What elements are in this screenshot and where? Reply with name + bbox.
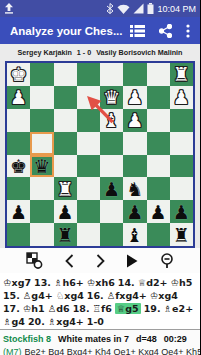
engine-name: Stockfish 8 <box>3 334 51 344</box>
square-c3[interactable]: ♟ <box>123 109 146 132</box>
square-e5[interactable] <box>77 155 100 178</box>
piece-black-rook: ♜ <box>57 224 74 246</box>
square-e2[interactable] <box>77 86 100 109</box>
square-g7[interactable] <box>30 200 53 223</box>
engine-pv: Be2+ Bg4 Bxg4+ Kh4 Qe1+ Kxg4 Qe4+ Kh5 Qg… <box>25 347 201 355</box>
upload-icon <box>4 3 14 14</box>
piece-black-rook: ♜ <box>173 224 190 246</box>
overflow-menu-icon[interactable] <box>186 24 190 38</box>
piece-white-pawn: ♟ <box>10 86 27 108</box>
square-g8[interactable] <box>30 223 53 246</box>
move-token[interactable]: ♙d6 <box>48 303 70 314</box>
square-h2[interactable]: ♟ <box>7 86 30 109</box>
move-token[interactable]: 17. <box>3 303 20 314</box>
move-token[interactable]: 14. <box>118 277 135 288</box>
square-e6[interactable] <box>77 177 100 200</box>
board-section: ♚♜♟♛♟♟♝♟♚♛♜♟♞♟♟♟♟♟♜♝♜ <box>0 61 200 248</box>
square-c8[interactable]: ♝ <box>123 223 146 246</box>
square-e4[interactable] <box>77 132 100 155</box>
square-e3[interactable] <box>77 109 100 132</box>
zoom-out-icon[interactable] <box>160 253 174 269</box>
move-line: 15.♙g4+♘xg416.♙fxg4+♔xg4 <box>3 289 197 302</box>
autoplay-icon[interactable] <box>126 254 138 268</box>
move-token[interactable]: 16. <box>87 290 104 301</box>
move-token[interactable]: ♕d2+ <box>138 277 168 288</box>
square-g3[interactable] <box>30 109 53 132</box>
previous-move-icon[interactable] <box>65 254 74 268</box>
square-b3[interactable] <box>147 109 170 132</box>
square-h7[interactable]: ♟ <box>7 200 30 223</box>
move-token[interactable]: 13. <box>34 277 51 288</box>
square-h6[interactable] <box>7 177 30 200</box>
square-d3[interactable]: ♝ <box>100 109 123 132</box>
move-token[interactable]: 15. <box>3 290 20 301</box>
piece-black-pawn: ♟ <box>173 201 190 223</box>
engine-panel[interactable]: Stockfish 8White mates in 7d=4800:29 (M7… <box>0 329 200 355</box>
piece-black-pawn: ♟ <box>57 201 74 223</box>
square-g2[interactable] <box>30 86 53 109</box>
square-h3[interactable] <box>7 109 30 132</box>
square-d6[interactable]: ♟ <box>100 177 123 200</box>
status-bar: 10:04 PM <box>0 0 200 17</box>
piece-black-pawn: ♟ <box>103 178 120 200</box>
piece-black-knight: ♞ <box>126 178 143 200</box>
square-d2[interactable]: ♛ <box>100 86 123 109</box>
game-header: Sergey Karjakin 1 - 0 Vasily Borisovich … <box>0 44 200 61</box>
square-a2[interactable]: ♟ <box>170 86 193 109</box>
square-c2[interactable]: ♟ <box>123 86 146 109</box>
square-c1[interactable] <box>123 63 146 86</box>
square-f6[interactable]: ♜ <box>54 177 77 200</box>
square-c6[interactable]: ♞ <box>123 177 146 200</box>
white-player-name: Sergey Karjakin <box>17 48 71 57</box>
black-player-name: Vasily Borisovich Malinin <box>96 48 182 57</box>
square-h8[interactable] <box>7 223 30 246</box>
move-token[interactable]: ♘xg4 <box>56 290 84 301</box>
square-c4[interactable] <box>123 132 146 155</box>
square-h1[interactable]: ♚ <box>7 63 30 86</box>
square-a4[interactable] <box>170 132 193 155</box>
move-token[interactable]: ♗g4 <box>3 316 25 327</box>
square-g4[interactable] <box>30 132 53 155</box>
engine-evaluation: White mates in 7 <box>58 334 129 344</box>
square-b7[interactable]: ♟ <box>147 200 170 223</box>
piece-black-bishop: ♝ <box>126 224 143 246</box>
move-token[interactable]: 18. <box>73 303 90 314</box>
move-token[interactable]: ♖f6 <box>93 303 112 314</box>
piece-white-rook: ♜ <box>57 178 74 200</box>
move-token[interactable]: ♙g4+ <box>23 290 53 301</box>
move-token[interactable]: ♔h5 <box>171 277 193 288</box>
square-f8[interactable]: ♜ <box>54 223 77 246</box>
square-d7[interactable] <box>100 200 123 223</box>
square-a8[interactable]: ♜ <box>170 223 193 246</box>
app-title: Analyze your Ches... <box>10 25 130 37</box>
move-token[interactable]: ♗h6+ <box>54 277 84 288</box>
share-icon[interactable] <box>159 24 172 38</box>
square-a1[interactable]: ♜ <box>170 63 193 86</box>
piece-white-rook: ♜ <box>173 63 190 85</box>
piece-black-pawn: ♟ <box>150 201 167 223</box>
square-d5[interactable] <box>100 155 123 178</box>
square-e1[interactable] <box>77 63 100 86</box>
move-line: ♗g420.♗xg4+1-0 <box>3 315 197 328</box>
square-b4[interactable] <box>147 132 170 155</box>
move-token[interactable]: ♔xh6 <box>87 277 115 288</box>
move-token[interactable]: ♗e2+ <box>164 303 194 314</box>
mate-tag: (M7) <box>3 347 22 355</box>
piece-white-pawn: ♟ <box>173 86 190 108</box>
square-b6[interactable] <box>147 177 170 200</box>
piece-white-pawn: ♟ <box>126 109 143 131</box>
next-move-icon[interactable] <box>96 254 105 268</box>
current-move[interactable]: ♕g5 <box>115 303 141 314</box>
move-token[interactable]: 20. <box>28 316 45 327</box>
square-a7[interactable]: ♟ <box>170 200 193 223</box>
app-toolbar: Analyze your Ches... <box>0 17 200 44</box>
move-line: 17.♔h1♙d618.♖f6♕g519.♗e2+ <box>3 302 197 315</box>
piece-black-pawn: ♟ <box>126 201 143 223</box>
move-token[interactable]: 19. <box>144 303 161 314</box>
signal-icon <box>133 3 144 14</box>
move-token[interactable]: 1-0 <box>87 316 104 327</box>
square-d8[interactable] <box>100 223 123 246</box>
square-e7[interactable] <box>77 200 100 223</box>
square-f4[interactable] <box>54 132 77 155</box>
piece-black-king: ♚ <box>10 155 27 177</box>
square-c5[interactable] <box>123 155 146 178</box>
bluetooth-icon <box>106 3 114 14</box>
square-d1[interactable] <box>100 63 123 86</box>
engine-depth: d=48 <box>136 334 157 344</box>
square-g1[interactable] <box>30 63 53 86</box>
square-g6[interactable] <box>30 177 53 200</box>
move-token[interactable]: ♔h1 <box>23 303 45 314</box>
move-token[interactable]: ♗xg4+ <box>48 316 84 327</box>
move-list-icon[interactable] <box>130 25 145 37</box>
move-list: ♔xg713.♗h6+♔xh614.♕d2+♔h515.♙g4+♘xg416.♙… <box>0 273 200 329</box>
chess-board[interactable]: ♚♜♟♛♟♟♝♟♚♛♜♟♞♟♟♟♟♟♜♝♜ <box>5 61 195 248</box>
square-e8[interactable] <box>77 223 100 246</box>
setup-board-icon[interactable] <box>26 252 43 269</box>
chess-analysis-app: 10:04 PM Analyze your Ches... <box>0 0 200 355</box>
square-b5[interactable] <box>147 155 170 178</box>
piece-white-queen: ♛ <box>103 86 120 108</box>
move-token[interactable]: ♙fxg4+ <box>107 290 147 301</box>
move-token[interactable]: ♔xg7 <box>3 277 31 288</box>
wifi-icon <box>117 3 130 14</box>
game-result: 1 - 0 <box>77 48 91 57</box>
engine-time: 00:29 <box>164 334 187 344</box>
square-g5[interactable]: ♛ <box>30 155 53 178</box>
piece-white-bishop: ♝ <box>103 109 120 131</box>
square-a5[interactable] <box>170 155 193 178</box>
square-b8[interactable] <box>147 223 170 246</box>
square-f2[interactable] <box>54 86 77 109</box>
square-h5[interactable]: ♚ <box>7 155 30 178</box>
square-b2[interactable] <box>147 86 170 109</box>
battery-icon <box>147 3 154 14</box>
piece-black-pawn: ♟ <box>10 201 27 223</box>
board-nav-bar <box>0 248 200 273</box>
square-d4[interactable] <box>100 132 123 155</box>
piece-white-pawn: ♟ <box>126 86 143 108</box>
move-line: ♔xg713.♗h6+♔xh614.♕d2+♔h5 <box>3 276 197 289</box>
square-c7[interactable]: ♟ <box>123 200 146 223</box>
status-time: 10:04 PM <box>157 4 196 14</box>
square-b1[interactable] <box>147 63 170 86</box>
square-f5[interactable] <box>54 155 77 178</box>
square-f3[interactable] <box>54 109 77 132</box>
square-h4[interactable] <box>7 132 30 155</box>
square-a3[interactable] <box>170 109 193 132</box>
square-f1[interactable] <box>54 63 77 86</box>
move-token[interactable]: ♔xg4 <box>150 290 178 301</box>
piece-black-queen: ♛ <box>33 155 50 177</box>
square-a6[interactable] <box>170 177 193 200</box>
piece-white-king: ♚ <box>10 63 27 85</box>
square-f7[interactable]: ♟ <box>54 200 77 223</box>
